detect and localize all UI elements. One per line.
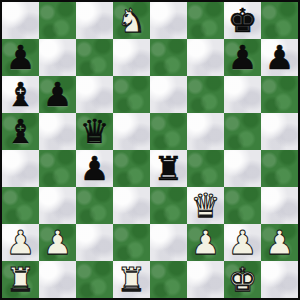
square-a5[interactable]: ♝ <box>2 113 39 150</box>
square-b7[interactable] <box>39 39 76 76</box>
square-c2[interactable] <box>76 224 113 261</box>
square-a1[interactable]: ♜ <box>2 261 39 298</box>
square-d6[interactable] <box>113 76 150 113</box>
square-a7[interactable]: ♟ <box>2 39 39 76</box>
white-king-g1: ♚ <box>224 261 261 298</box>
square-h5[interactable] <box>261 113 298 150</box>
black-rook-e4: ♜ <box>150 150 187 187</box>
square-g3[interactable] <box>224 187 261 224</box>
square-g8[interactable]: ♚ <box>224 2 261 39</box>
square-c7[interactable] <box>76 39 113 76</box>
square-g7[interactable]: ♟ <box>224 39 261 76</box>
chess-board: ♞♚♟♟♟♝♟♝♛♟♜♛♟♟♟♟♟♜♜♚ <box>2 2 298 298</box>
square-e2[interactable] <box>150 224 187 261</box>
white-pawn-b2: ♟ <box>39 224 76 261</box>
square-e1[interactable] <box>150 261 187 298</box>
square-b4[interactable] <box>39 150 76 187</box>
square-g5[interactable] <box>224 113 261 150</box>
square-d2[interactable] <box>113 224 150 261</box>
square-b2[interactable]: ♟ <box>39 224 76 261</box>
black-pawn-b6: ♟ <box>39 76 76 113</box>
square-b8[interactable] <box>39 2 76 39</box>
square-e6[interactable] <box>150 76 187 113</box>
square-d3[interactable] <box>113 187 150 224</box>
square-h1[interactable] <box>261 261 298 298</box>
square-f3[interactable]: ♛ <box>187 187 224 224</box>
square-f8[interactable] <box>187 2 224 39</box>
square-g4[interactable] <box>224 150 261 187</box>
white-pawn-f2: ♟ <box>187 224 224 261</box>
square-b6[interactable]: ♟ <box>39 76 76 113</box>
square-c4[interactable]: ♟ <box>76 150 113 187</box>
square-g2[interactable]: ♟ <box>224 224 261 261</box>
white-pawn-h2: ♟ <box>261 224 298 261</box>
black-bishop-a5: ♝ <box>2 113 39 150</box>
square-d4[interactable] <box>113 150 150 187</box>
white-rook-a1: ♜ <box>2 261 39 298</box>
square-h8[interactable] <box>261 2 298 39</box>
black-pawn-c4: ♟ <box>76 150 113 187</box>
white-pawn-g2: ♟ <box>224 224 261 261</box>
square-f4[interactable] <box>187 150 224 187</box>
white-pawn-a2: ♟ <box>2 224 39 261</box>
square-h3[interactable] <box>261 187 298 224</box>
square-a8[interactable] <box>2 2 39 39</box>
square-f6[interactable] <box>187 76 224 113</box>
white-rook-d1: ♜ <box>113 261 150 298</box>
square-h7[interactable]: ♟ <box>261 39 298 76</box>
square-g6[interactable] <box>224 76 261 113</box>
square-a3[interactable] <box>2 187 39 224</box>
black-pawn-a7: ♟ <box>2 39 39 76</box>
chess-board-frame: ♞♚♟♟♟♝♟♝♛♟♜♛♟♟♟♟♟♜♜♚ <box>0 0 300 300</box>
square-b3[interactable] <box>39 187 76 224</box>
square-h2[interactable]: ♟ <box>261 224 298 261</box>
square-c3[interactable] <box>76 187 113 224</box>
square-b5[interactable] <box>39 113 76 150</box>
square-a4[interactable] <box>2 150 39 187</box>
square-f2[interactable]: ♟ <box>187 224 224 261</box>
square-a6[interactable]: ♝ <box>2 76 39 113</box>
square-e4[interactable]: ♜ <box>150 150 187 187</box>
square-e3[interactable] <box>150 187 187 224</box>
square-d7[interactable] <box>113 39 150 76</box>
square-d8[interactable]: ♞ <box>113 2 150 39</box>
black-bishop-a6: ♝ <box>2 76 39 113</box>
black-pawn-h7: ♟ <box>261 39 298 76</box>
square-c5[interactable]: ♛ <box>76 113 113 150</box>
white-knight-d8: ♞ <box>113 2 150 39</box>
square-g1[interactable]: ♚ <box>224 261 261 298</box>
black-pawn-g7: ♟ <box>224 39 261 76</box>
square-h4[interactable] <box>261 150 298 187</box>
white-queen-f3: ♛ <box>187 187 224 224</box>
square-c1[interactable] <box>76 261 113 298</box>
black-queen-c5: ♛ <box>76 113 113 150</box>
square-f1[interactable] <box>187 261 224 298</box>
square-f5[interactable] <box>187 113 224 150</box>
square-d1[interactable]: ♜ <box>113 261 150 298</box>
square-e5[interactable] <box>150 113 187 150</box>
square-e7[interactable] <box>150 39 187 76</box>
square-c6[interactable] <box>76 76 113 113</box>
black-king-g8: ♚ <box>224 2 261 39</box>
square-d5[interactable] <box>113 113 150 150</box>
square-b1[interactable] <box>39 261 76 298</box>
square-a2[interactable]: ♟ <box>2 224 39 261</box>
square-c8[interactable] <box>76 2 113 39</box>
square-h6[interactable] <box>261 76 298 113</box>
square-f7[interactable] <box>187 39 224 76</box>
square-e8[interactable] <box>150 2 187 39</box>
